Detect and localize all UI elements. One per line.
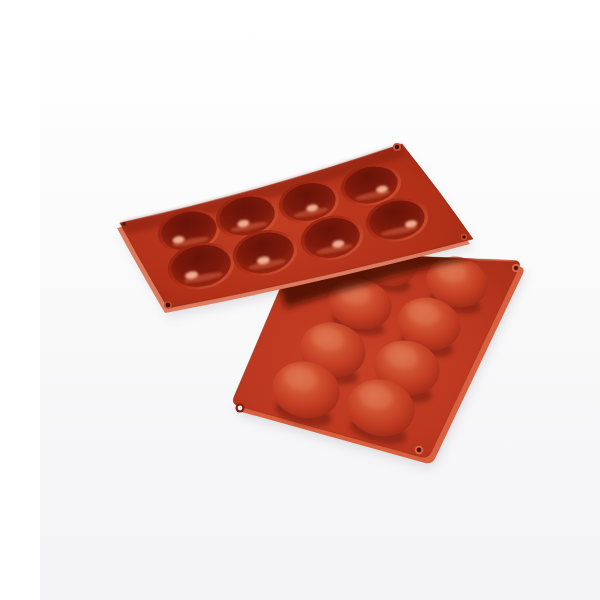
corner-hole-center — [417, 448, 422, 453]
corner-hole-center — [238, 406, 243, 411]
photo-canvas — [40, 16, 600, 600]
product-photo: Product photo of two terracotta-red sili… — [40, 16, 600, 600]
corner-hole-center — [462, 235, 466, 239]
corner-hole-center — [122, 222, 126, 226]
corner-hole-center — [395, 145, 399, 149]
corner-hole-center — [514, 266, 518, 270]
corner-hole-center — [166, 303, 171, 308]
